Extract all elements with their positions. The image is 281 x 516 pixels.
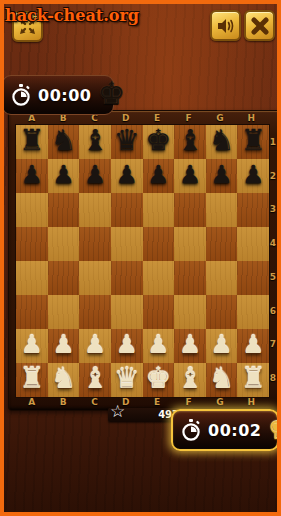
piece-black-knight: ♞ (209, 126, 235, 155)
close-button[interactable] (244, 10, 275, 41)
piece-black-rook: ♜ (240, 126, 266, 155)
square-C1[interactable]: ♝ (79, 125, 111, 159)
rank-label-1: 1 (267, 125, 279, 159)
square-E4[interactable] (143, 227, 175, 261)
piece-white-pawn: ♟ (52, 332, 74, 357)
square-G5[interactable] (206, 261, 238, 295)
piece-white-bishop: ♝ (177, 364, 203, 393)
piece-white-rook: ♜ (240, 364, 266, 393)
piece-black-king: ♚ (145, 126, 171, 155)
file-label-G: G (204, 112, 235, 125)
square-B3[interactable] (48, 193, 80, 227)
square-D6[interactable] (111, 295, 143, 329)
square-B4[interactable] (48, 227, 80, 261)
piece-black-pawn: ♟ (52, 162, 74, 187)
star-icon: ☆ (110, 403, 125, 420)
piece-white-rook: ♜ (19, 364, 45, 393)
square-A6[interactable] (16, 295, 48, 329)
square-F5[interactable] (174, 261, 206, 295)
gold-king-icon: ♚ (267, 413, 281, 444)
piece-white-pawn: ♟ (179, 332, 201, 357)
black-timer-value: 00:00 (38, 86, 91, 105)
piece-black-knight: ♞ (50, 126, 76, 155)
square-H5[interactable] (237, 261, 269, 295)
square-H7[interactable]: ♟ (237, 329, 269, 363)
square-G8[interactable]: ♞ (206, 363, 238, 397)
square-B8[interactable]: ♞ (48, 363, 80, 397)
board-grid: ♜♞♝♛♚♝♞♜♟♟♟♟♟♟♟♟♟♟♟♟♟♟♟♟♜♞♝♛♚♝♞♜ (16, 125, 269, 397)
rank-label-4: 4 (267, 226, 279, 260)
piece-white-pawn: ♟ (210, 332, 232, 357)
file-label-D: D (110, 112, 141, 125)
piece-white-pawn: ♟ (21, 332, 43, 357)
square-B2[interactable]: ♟ (48, 159, 80, 193)
piece-white-knight: ♞ (209, 364, 235, 393)
square-D1[interactable]: ♛ (111, 125, 143, 159)
rank-label-6: 6 (267, 294, 279, 328)
file-label-B: B (47, 396, 78, 409)
black-player-timer: 00:00 ♚ (2, 75, 114, 115)
square-H6[interactable] (237, 295, 269, 329)
close-icon (250, 16, 270, 36)
square-F4[interactable] (174, 227, 206, 261)
square-E6[interactable] (143, 295, 175, 329)
piece-black-pawn: ♟ (210, 162, 232, 187)
piece-white-knight: ♞ (50, 364, 76, 393)
square-A2[interactable]: ♟ (16, 159, 48, 193)
sound-button[interactable] (210, 10, 241, 41)
black-king-icon: ♚ (97, 78, 125, 109)
piece-white-bishop: ♝ (82, 364, 108, 393)
square-A1[interactable]: ♜ (16, 125, 48, 159)
square-C2[interactable]: ♟ (79, 159, 111, 193)
stopwatch-icon (10, 83, 32, 107)
watermark-text: hack-cheat.org (5, 6, 139, 25)
square-G2[interactable]: ♟ (206, 159, 238, 193)
file-label-C: C (79, 396, 110, 409)
file-label-F: F (173, 112, 204, 125)
piece-black-pawn: ♟ (147, 162, 169, 187)
square-G6[interactable] (206, 295, 238, 329)
square-E5[interactable] (143, 261, 175, 295)
square-C6[interactable] (79, 295, 111, 329)
piece-white-pawn: ♟ (84, 332, 106, 357)
square-F7[interactable]: ♟ (174, 329, 206, 363)
rank-label-8: 8 (267, 361, 279, 395)
square-A5[interactable] (16, 261, 48, 295)
square-F3[interactable] (174, 193, 206, 227)
file-label-H: H (236, 396, 267, 409)
square-F6[interactable] (174, 295, 206, 329)
square-D3[interactable] (111, 193, 143, 227)
square-D5[interactable] (111, 261, 143, 295)
piece-white-king: ♚ (145, 364, 171, 393)
square-D2[interactable]: ♟ (111, 159, 143, 193)
square-B6[interactable] (48, 295, 80, 329)
square-E3[interactable] (143, 193, 175, 227)
piece-white-pawn: ♟ (242, 332, 264, 357)
square-B7[interactable]: ♟ (48, 329, 80, 363)
file-label-A: A (16, 396, 47, 409)
square-G7[interactable]: ♟ (206, 329, 238, 363)
square-G4[interactable] (206, 227, 238, 261)
piece-black-pawn: ♟ (179, 162, 201, 187)
rank-label-7: 7 (267, 328, 279, 362)
square-H2[interactable]: ♟ (237, 159, 269, 193)
square-E1[interactable]: ♚ (143, 125, 175, 159)
square-D8[interactable]: ♛ (111, 363, 143, 397)
file-label-G: G (204, 396, 235, 409)
square-F8[interactable]: ♝ (174, 363, 206, 397)
piece-black-bishop: ♝ (82, 126, 108, 155)
square-H1[interactable]: ♜ (237, 125, 269, 159)
square-G3[interactable] (206, 193, 238, 227)
rank-labels-right: 12345678 (267, 125, 279, 395)
piece-black-rook: ♜ (19, 126, 45, 155)
square-D4[interactable] (111, 227, 143, 261)
rank-label-3: 3 (267, 193, 279, 227)
stopwatch-icon (180, 418, 202, 442)
piece-black-pawn: ♟ (21, 162, 43, 187)
piece-black-pawn: ♟ (115, 162, 137, 187)
square-H3[interactable] (237, 193, 269, 227)
file-label-E: E (142, 112, 173, 125)
piece-white-pawn: ♟ (147, 332, 169, 357)
square-C8[interactable]: ♝ (79, 363, 111, 397)
file-label-H: H (236, 112, 267, 125)
square-A3[interactable] (16, 193, 48, 227)
piece-black-bishop: ♝ (177, 126, 203, 155)
speaker-icon (216, 17, 236, 35)
square-H8[interactable]: ♜ (237, 363, 269, 397)
square-E2[interactable]: ♟ (143, 159, 175, 193)
square-H4[interactable] (237, 227, 269, 261)
square-B5[interactable] (48, 261, 80, 295)
square-A7[interactable]: ♟ (16, 329, 48, 363)
square-A4[interactable] (16, 227, 48, 261)
square-C7[interactable]: ♟ (79, 329, 111, 363)
square-A8[interactable]: ♜ (16, 363, 48, 397)
square-F1[interactable]: ♝ (174, 125, 206, 159)
square-F2[interactable]: ♟ (174, 159, 206, 193)
chess-board: ABCDEFGH ♜♞♝♛♚♝♞♜♟♟♟♟♟♟♟♟♟♟♟♟♟♟♟♟♜♞♝♛♚♝♞… (8, 110, 281, 411)
chess-app-window: hack-cheat.org (0, 0, 281, 516)
white-timer-value: 00:02 (208, 421, 261, 440)
piece-black-pawn: ♟ (84, 162, 106, 187)
square-B1[interactable]: ♞ (48, 125, 80, 159)
piece-black-queen: ♛ (114, 126, 140, 155)
piece-white-pawn: ♟ (115, 332, 137, 357)
white-player-timer-active: 00:02 ♚ (171, 409, 279, 451)
square-C4[interactable] (79, 227, 111, 261)
square-E8[interactable]: ♚ (143, 363, 175, 397)
rank-label-5: 5 (267, 260, 279, 294)
square-C3[interactable] (79, 193, 111, 227)
square-E7[interactable]: ♟ (143, 329, 175, 363)
rank-label-2: 2 (267, 159, 279, 193)
square-G1[interactable]: ♞ (206, 125, 238, 159)
square-D7[interactable]: ♟ (111, 329, 143, 363)
piece-white-queen: ♛ (114, 364, 140, 393)
square-C5[interactable] (79, 261, 111, 295)
piece-black-pawn: ♟ (242, 162, 264, 187)
